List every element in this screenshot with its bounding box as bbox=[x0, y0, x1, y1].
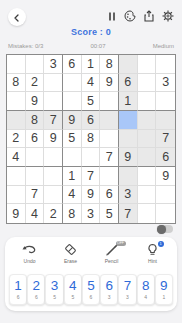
numpad-key-2[interactable]: 26 bbox=[27, 274, 45, 305]
difficulty-label: Medium bbox=[153, 43, 174, 49]
sudoku-cell-r1c6[interactable]: 8 bbox=[100, 55, 119, 74]
sudoku-cell-r7c9[interactable]: 9 bbox=[156, 167, 175, 186]
numpad-digit: 2 bbox=[33, 276, 41, 295]
sudoku-cell-r2c2[interactable]: 2 bbox=[26, 74, 45, 93]
sudoku-cell-r4c5[interactable]: 6 bbox=[82, 111, 101, 130]
sudoku-cell-r2c4[interactable] bbox=[63, 74, 82, 93]
sudoku-cell-r2c1[interactable]: 8 bbox=[7, 74, 26, 93]
hint-button[interactable]: 1 Hint bbox=[138, 243, 168, 264]
hint-label: Hint bbox=[148, 258, 157, 264]
lightbulb-icon bbox=[146, 243, 159, 256]
numpad-remaining-count: 5 bbox=[71, 295, 74, 300]
sudoku-cell-r3c1[interactable] bbox=[7, 92, 26, 111]
sudoku-cell-r8c3[interactable] bbox=[44, 186, 63, 205]
pencil-label: Pencil bbox=[105, 258, 119, 264]
sudoku-cell-r2c8[interactable] bbox=[138, 74, 157, 93]
sudoku-cell-r4c4[interactable]: 9 bbox=[63, 111, 82, 130]
sudoku-cell-r5c1[interactable]: 2 bbox=[7, 130, 26, 149]
sudoku-cell-r6c3[interactable] bbox=[44, 148, 63, 167]
sudoku-cell-r2c6[interactable]: 9 bbox=[100, 74, 119, 93]
numpad-remaining-count: 5 bbox=[53, 295, 56, 300]
settings-gear-icon[interactable] bbox=[162, 10, 174, 22]
numpad-key-6[interactable]: 63 bbox=[100, 274, 118, 305]
sudoku-cell-r7c4[interactable]: 1 bbox=[63, 167, 82, 186]
sudoku-cell-r8c7[interactable]: 3 bbox=[119, 186, 138, 205]
sudoku-cell-r2c5[interactable]: 4 bbox=[82, 74, 101, 93]
sudoku-cell-r5c6[interactable] bbox=[100, 130, 119, 149]
sudoku-cell-r1c1[interactable] bbox=[7, 55, 26, 74]
sudoku-cell-r3c8[interactable] bbox=[138, 92, 157, 111]
sudoku-cell-r6c6[interactable]: 7 bbox=[100, 148, 119, 167]
numpad-digit: 5 bbox=[87, 276, 95, 295]
sudoku-cell-r3c4[interactable] bbox=[63, 92, 82, 111]
undo-button[interactable]: Undo bbox=[15, 243, 45, 264]
numpad-key-7[interactable]: 73 bbox=[118, 274, 136, 305]
sudoku-cell-r8c1[interactable] bbox=[7, 186, 26, 205]
sudoku-cell-r4c8[interactable] bbox=[138, 111, 157, 130]
sudoku-cell-r4c2[interactable]: 8 bbox=[26, 111, 45, 130]
sudoku-cell-r2c3[interactable] bbox=[44, 74, 63, 93]
numpad-remaining-count: 6 bbox=[35, 295, 38, 300]
sudoku-cell-r4c1[interactable] bbox=[7, 111, 26, 130]
numpad-remaining-count: 4 bbox=[144, 295, 147, 300]
numpad-key-4[interactable]: 45 bbox=[64, 274, 82, 305]
sudoku-cell-r8c9[interactable] bbox=[156, 186, 175, 205]
erase-label: Erase bbox=[64, 258, 77, 264]
numpad-key-3[interactable]: 35 bbox=[45, 274, 63, 305]
numpad-digit: 4 bbox=[69, 276, 77, 295]
eraser-icon bbox=[63, 243, 78, 256]
sudoku-cell-r7c7[interactable] bbox=[119, 167, 138, 186]
sudoku-cell-r1c7[interactable] bbox=[119, 55, 138, 74]
sudoku-cell-r8c6[interactable]: 6 bbox=[100, 186, 119, 205]
sudoku-cell-r6c5[interactable] bbox=[82, 148, 101, 167]
score-text: Score : 0 bbox=[0, 27, 182, 37]
hint-count-badge: 1 bbox=[158, 241, 164, 247]
sudoku-cell-r9c5[interactable]: 3 bbox=[82, 204, 101, 223]
toggle-switch[interactable] bbox=[157, 225, 173, 233]
numpad-key-9[interactable]: 91 bbox=[155, 274, 173, 305]
numpad-remaining-count: 6 bbox=[17, 295, 20, 300]
sudoku-cell-r8c4[interactable]: 4 bbox=[63, 186, 82, 205]
numpad-digit: 8 bbox=[142, 276, 150, 295]
status-bar: Mistakes: 0/3 00:07 Medium bbox=[8, 43, 174, 49]
share-icon[interactable] bbox=[143, 10, 155, 22]
sudoku-cell-r7c6[interactable] bbox=[100, 167, 119, 186]
pencil-mode-badge: OFF bbox=[116, 241, 126, 246]
undo-icon bbox=[21, 243, 38, 256]
sudoku-cell-r5c4[interactable]: 5 bbox=[63, 130, 82, 149]
numpad-digit: 9 bbox=[160, 276, 168, 295]
numpad-remaining-count: 1 bbox=[162, 295, 165, 300]
toggle-knob bbox=[157, 225, 166, 234]
sudoku-cell-r3c5[interactable]: 5 bbox=[82, 92, 101, 111]
sudoku-cell-r7c1[interactable] bbox=[7, 167, 26, 186]
sudoku-cell-r4c9[interactable] bbox=[156, 111, 175, 130]
mistakes-label: Mistakes: 0/3 bbox=[8, 43, 43, 49]
numpad: 162635455663738491 bbox=[9, 274, 173, 305]
numpad-remaining-count: 6 bbox=[90, 295, 93, 300]
sudoku-cell-r1c8[interactable] bbox=[138, 55, 157, 74]
numpad-digit: 6 bbox=[105, 276, 113, 295]
sudoku-cell-r1c9[interactable] bbox=[156, 55, 175, 74]
palette-icon[interactable] bbox=[124, 10, 136, 22]
sudoku-cell-r9c2[interactable]: 4 bbox=[26, 204, 45, 223]
sudoku-cell-r9c9[interactable] bbox=[156, 204, 175, 223]
sudoku-cell-r4c6[interactable] bbox=[100, 111, 119, 130]
sudoku-cell-r7c2[interactable] bbox=[26, 167, 45, 186]
sudoku-cell-r8c5[interactable]: 9 bbox=[82, 186, 101, 205]
sudoku-cell-r9c6[interactable]: 5 bbox=[100, 204, 119, 223]
sudoku-cell-r1c5[interactable]: 1 bbox=[82, 55, 101, 74]
sudoku-cell-r4c3[interactable]: 7 bbox=[44, 111, 63, 130]
sudoku-cell-r9c8[interactable] bbox=[138, 204, 157, 223]
sudoku-cell-r9c4[interactable]: 8 bbox=[63, 204, 82, 223]
sudoku-cell-r7c8[interactable] bbox=[138, 167, 157, 186]
numpad-key-1[interactable]: 16 bbox=[9, 274, 27, 305]
sudoku-cell-r5c9[interactable]: 7 bbox=[156, 130, 175, 149]
undo-label: Undo bbox=[24, 258, 36, 264]
numpad-digit: 7 bbox=[124, 276, 132, 295]
numpad-key-8[interactable]: 84 bbox=[137, 274, 155, 305]
chevron-left-icon bbox=[13, 8, 21, 26]
controls-card: Undo Erase OFF bbox=[5, 237, 177, 311]
sudoku-cell-r2c7[interactable]: 6 bbox=[119, 74, 138, 93]
sudoku-cell-r5c8[interactable] bbox=[138, 130, 157, 149]
sudoku-cell-r7c5[interactable]: 7 bbox=[82, 167, 101, 186]
sudoku-cell-r9c7[interactable]: 7 bbox=[119, 204, 138, 223]
sudoku-cell-r6c8[interactable] bbox=[138, 148, 157, 167]
sudoku-cell-r5c5[interactable]: 8 bbox=[82, 130, 101, 149]
numpad-digit: 3 bbox=[51, 276, 59, 295]
sudoku-cell-r7c3[interactable] bbox=[44, 167, 63, 186]
sudoku-cell-r6c1[interactable]: 4 bbox=[7, 148, 26, 167]
numpad-remaining-count: 3 bbox=[108, 295, 111, 300]
sudoku-cell-r4c7[interactable] bbox=[119, 111, 138, 130]
sudoku-cell-r5c3[interactable]: 9 bbox=[44, 130, 63, 149]
pause-icon[interactable] bbox=[107, 11, 117, 22]
sudoku-cell-r3c6[interactable] bbox=[100, 92, 119, 111]
pencil-button[interactable]: OFF Pencil bbox=[97, 243, 127, 264]
numpad-key-5[interactable]: 56 bbox=[82, 274, 100, 305]
sudoku-cell-r3c3[interactable] bbox=[44, 92, 63, 111]
sudoku-cell-r3c7[interactable]: 1 bbox=[119, 92, 138, 111]
sudoku-cell-r6c7[interactable]: 9 bbox=[119, 148, 138, 167]
timer-label: 00:07 bbox=[91, 43, 106, 49]
sudoku-cell-r3c2[interactable]: 9 bbox=[26, 92, 45, 111]
sudoku-cell-r1c3[interactable]: 3 bbox=[44, 55, 63, 74]
sudoku-cell-r1c2[interactable] bbox=[26, 55, 45, 74]
back-button[interactable] bbox=[8, 8, 26, 26]
sudoku-app: Score : 0 Mistakes: 0/3 00:07 Medium 361… bbox=[0, 0, 182, 323]
sudoku-cell-r3c9[interactable] bbox=[156, 92, 175, 111]
sudoku-cell-r8c8[interactable] bbox=[138, 186, 157, 205]
sudoku-cell-r6c9[interactable]: 6 bbox=[156, 148, 175, 167]
sudoku-cell-r5c7[interactable] bbox=[119, 130, 138, 149]
sudoku-cell-r8c2[interactable]: 7 bbox=[26, 186, 45, 205]
sudoku-cell-r6c2[interactable] bbox=[26, 148, 45, 167]
sudoku-cell-r5c2[interactable]: 6 bbox=[26, 130, 45, 149]
erase-button[interactable]: Erase bbox=[56, 243, 86, 264]
sudoku-cell-r9c1[interactable]: 9 bbox=[7, 204, 26, 223]
sudoku-board: 3618824963951879626958747961797496394283… bbox=[6, 54, 176, 224]
numpad-remaining-count: 3 bbox=[126, 295, 129, 300]
sudoku-cell-r6c4[interactable] bbox=[63, 148, 82, 167]
tools-row: Undo Erase OFF bbox=[9, 243, 173, 264]
sudoku-cell-r2c9[interactable]: 3 bbox=[156, 74, 175, 93]
sudoku-cell-r1c4[interactable]: 6 bbox=[63, 55, 82, 74]
numpad-digit: 1 bbox=[14, 276, 22, 295]
sudoku-cell-r9c3[interactable]: 2 bbox=[44, 204, 63, 223]
